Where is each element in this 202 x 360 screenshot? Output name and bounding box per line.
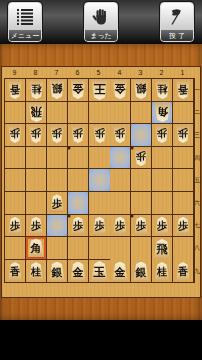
piece-桂-gote[interactable]: 桂 bbox=[29, 81, 44, 99]
square-5g[interactable]: 歩 bbox=[89, 215, 110, 238]
piece-銀-sente[interactable]: 銀 bbox=[49, 262, 65, 281]
square-1g[interactable]: 歩 bbox=[173, 215, 194, 238]
square-6h[interactable] bbox=[68, 237, 89, 260]
piece-角-gote[interactable]: 角 bbox=[154, 103, 171, 122]
square-4f[interactable] bbox=[110, 192, 131, 215]
file-labels: 987654321 bbox=[4, 67, 193, 78]
square-9d[interactable] bbox=[5, 147, 26, 170]
file-label-4: 4 bbox=[109, 67, 130, 78]
square-9f[interactable] bbox=[5, 192, 26, 215]
square-5d[interactable] bbox=[89, 147, 110, 170]
piece-香-sente[interactable]: 香 bbox=[176, 262, 190, 280]
square-1d[interactable] bbox=[173, 147, 194, 170]
square-2d[interactable] bbox=[152, 147, 173, 170]
square-5i[interactable]: 玉 bbox=[89, 260, 110, 283]
square-2a[interactable]: 桂 bbox=[152, 79, 173, 102]
square-6c[interactable]: 歩 bbox=[68, 124, 89, 147]
square-1f[interactable] bbox=[173, 192, 194, 215]
square-1e[interactable] bbox=[173, 169, 194, 192]
piece-歩-gote[interactable]: 歩 bbox=[50, 126, 64, 143]
file-label-6: 6 bbox=[67, 67, 88, 78]
square-6b[interactable] bbox=[68, 102, 89, 125]
square-9h[interactable] bbox=[5, 237, 26, 260]
board-background: 987654321 一二三四五六七八九 香桂銀金王金銀桂香飛角歩歩歩歩歩歩歩歩歩… bbox=[0, 44, 202, 320]
square-2e[interactable] bbox=[152, 169, 173, 192]
square-8c[interactable]: 歩 bbox=[26, 124, 47, 147]
square-1i[interactable]: 香 bbox=[173, 260, 194, 283]
piece-歩-gote[interactable]: 歩 bbox=[8, 126, 22, 143]
resign-button[interactable]: 投 了 bbox=[160, 2, 194, 42]
square-1h[interactable] bbox=[173, 237, 194, 260]
square-6g[interactable]: 歩 bbox=[68, 215, 89, 238]
square-7d[interactable] bbox=[47, 147, 68, 170]
piece-金-gote[interactable]: 金 bbox=[112, 80, 128, 99]
piece-桂-sente[interactable]: 桂 bbox=[29, 262, 44, 280]
file-label-9: 9 bbox=[4, 67, 25, 78]
piece-銀-gote[interactable]: 銀 bbox=[49, 80, 65, 99]
square-5b[interactable] bbox=[89, 102, 110, 125]
piece-歩-sente[interactable]: 歩 bbox=[113, 217, 127, 234]
square-8i[interactable]: 桂 bbox=[26, 260, 47, 283]
square-7e[interactable] bbox=[47, 169, 68, 192]
piece-歩-gote[interactable]: 歩 bbox=[93, 126, 107, 143]
piece-歩-sente[interactable]: 歩 bbox=[176, 217, 190, 234]
square-3e[interactable] bbox=[131, 169, 152, 192]
square-4d[interactable] bbox=[110, 147, 131, 170]
flag-icon bbox=[161, 3, 193, 30]
piece-金-gote[interactable]: 金 bbox=[70, 80, 86, 99]
piece-金-sente[interactable]: 金 bbox=[112, 262, 128, 281]
square-7g[interactable] bbox=[47, 215, 68, 238]
square-5h[interactable] bbox=[89, 237, 110, 260]
piece-玉-sente[interactable]: 玉 bbox=[91, 261, 108, 281]
square-9g[interactable]: 歩 bbox=[5, 215, 26, 238]
square-5a[interactable]: 王 bbox=[89, 79, 110, 102]
square-2h[interactable]: 飛 bbox=[152, 237, 173, 260]
square-3d[interactable]: 歩 bbox=[131, 147, 152, 170]
piece-桂-sente[interactable]: 桂 bbox=[155, 262, 170, 280]
file-label-8: 8 bbox=[25, 67, 46, 78]
hand-icon bbox=[85, 3, 117, 30]
square-4h[interactable] bbox=[110, 237, 131, 260]
menu-list-icon bbox=[9, 3, 41, 30]
square-1b[interactable] bbox=[173, 102, 194, 125]
square-9i[interactable]: 香 bbox=[5, 260, 26, 283]
square-6d[interactable] bbox=[68, 147, 89, 170]
piece-金-sente[interactable]: 金 bbox=[70, 262, 86, 281]
piece-銀-gote[interactable]: 銀 bbox=[133, 80, 149, 99]
square-5f[interactable] bbox=[89, 192, 110, 215]
square-8f[interactable] bbox=[26, 192, 47, 215]
piece-香-gote[interactable]: 香 bbox=[8, 81, 22, 99]
square-2c[interactable]: 歩 bbox=[152, 124, 173, 147]
square-2b[interactable]: 角 bbox=[152, 102, 173, 125]
board-grid: 香桂銀金王金銀桂香飛角歩歩歩歩歩歩歩歩歩歩歩歩歩歩歩歩歩歩角飛香桂銀金玉金銀桂香 bbox=[4, 78, 195, 283]
piece-歩-sente[interactable]: 歩 bbox=[93, 217, 107, 234]
square-3i[interactable]: 銀 bbox=[131, 260, 152, 283]
square-5e[interactable] bbox=[89, 169, 110, 192]
square-3b[interactable] bbox=[131, 102, 152, 125]
piece-歩-sente[interactable]: 歩 bbox=[29, 217, 43, 234]
menu-button-label: メニュー bbox=[9, 30, 41, 41]
square-5c[interactable]: 歩 bbox=[89, 124, 110, 147]
toolbar: メニュー まった 投 了 bbox=[0, 0, 202, 44]
piece-歩-sente[interactable]: 歩 bbox=[50, 194, 64, 211]
piece-香-sente[interactable]: 香 bbox=[8, 262, 22, 280]
square-2g[interactable]: 歩 bbox=[152, 215, 173, 238]
square-3g[interactable]: 歩 bbox=[131, 215, 152, 238]
file-label-5: 5 bbox=[88, 67, 109, 78]
square-4b[interactable] bbox=[110, 102, 131, 125]
undo-matta-button-label: まった bbox=[85, 30, 117, 41]
piece-歩-sente[interactable]: 歩 bbox=[155, 217, 169, 234]
menu-button[interactable]: メニュー bbox=[8, 2, 42, 42]
file-label-7: 7 bbox=[46, 67, 67, 78]
piece-角-sente[interactable]: 角 bbox=[28, 238, 45, 257]
square-8b[interactable]: 飛 bbox=[26, 102, 47, 125]
square-8d[interactable] bbox=[26, 147, 47, 170]
square-4i[interactable]: 金 bbox=[110, 260, 131, 283]
file-label-2: 2 bbox=[151, 67, 172, 78]
square-4e[interactable] bbox=[110, 169, 131, 192]
square-9a[interactable]: 香 bbox=[5, 79, 26, 102]
square-9e[interactable] bbox=[5, 169, 26, 192]
square-8h[interactable]: 角 bbox=[26, 237, 47, 260]
resign-button-label: 投 了 bbox=[161, 30, 193, 41]
square-3a[interactable]: 銀 bbox=[131, 79, 152, 102]
piece-歩-gote[interactable]: 歩 bbox=[71, 126, 85, 143]
square-4g[interactable]: 歩 bbox=[110, 215, 131, 238]
piece-歩-gote[interactable]: 歩 bbox=[29, 126, 43, 143]
piece-歩-gote[interactable]: 歩 bbox=[113, 126, 127, 143]
piece-飛-sente[interactable]: 飛 bbox=[154, 239, 171, 258]
undo-matta-button[interactable]: まった bbox=[84, 2, 118, 42]
piece-桂-gote[interactable]: 桂 bbox=[155, 81, 170, 99]
piece-歩-sente[interactable]: 歩 bbox=[134, 217, 148, 234]
square-7i[interactable]: 銀 bbox=[47, 260, 68, 283]
square-8a[interactable]: 桂 bbox=[26, 79, 47, 102]
piece-歩-gote[interactable]: 歩 bbox=[134, 149, 148, 166]
piece-飛-gote[interactable]: 飛 bbox=[28, 103, 45, 122]
square-8g[interactable]: 歩 bbox=[26, 215, 47, 238]
square-3f[interactable] bbox=[131, 192, 152, 215]
square-1a[interactable]: 香 bbox=[173, 79, 194, 102]
piece-歩-sente[interactable]: 歩 bbox=[8, 217, 22, 234]
square-2f[interactable] bbox=[152, 192, 173, 215]
square-7h[interactable] bbox=[47, 237, 68, 260]
square-7b[interactable] bbox=[47, 102, 68, 125]
piece-王-gote[interactable]: 王 bbox=[91, 80, 108, 100]
square-7c[interactable]: 歩 bbox=[47, 124, 68, 147]
piece-歩-sente[interactable]: 歩 bbox=[71, 217, 85, 234]
piece-銀-sente[interactable]: 銀 bbox=[133, 262, 149, 281]
file-label-1: 1 bbox=[172, 67, 193, 78]
piece-歩-gote[interactable]: 歩 bbox=[176, 126, 190, 143]
piece-香-gote[interactable]: 香 bbox=[176, 81, 190, 99]
file-label-3: 3 bbox=[130, 67, 151, 78]
square-6a[interactable]: 金 bbox=[68, 79, 89, 102]
square-4a[interactable]: 金 bbox=[110, 79, 131, 102]
square-6e[interactable] bbox=[68, 169, 89, 192]
square-6i[interactable]: 金 bbox=[68, 260, 89, 283]
bottom-bar bbox=[0, 320, 202, 360]
square-6f[interactable] bbox=[68, 192, 89, 215]
square-9b[interactable] bbox=[5, 102, 26, 125]
square-2i[interactable]: 桂 bbox=[152, 260, 173, 283]
square-3c[interactable] bbox=[131, 124, 152, 147]
square-8e[interactable] bbox=[26, 169, 47, 192]
square-4c[interactable]: 歩 bbox=[110, 124, 131, 147]
shogi-board-panel: 987654321 一二三四五六七八九 香桂銀金王金銀桂香飛角歩歩歩歩歩歩歩歩歩… bbox=[1, 66, 201, 298]
square-7a[interactable]: 銀 bbox=[47, 79, 68, 102]
square-9c[interactable]: 歩 bbox=[5, 124, 26, 147]
piece-歩-gote[interactable]: 歩 bbox=[155, 126, 169, 143]
square-1c[interactable]: 歩 bbox=[173, 124, 194, 147]
square-7f[interactable]: 歩 bbox=[47, 192, 68, 215]
square-3h[interactable] bbox=[131, 237, 152, 260]
